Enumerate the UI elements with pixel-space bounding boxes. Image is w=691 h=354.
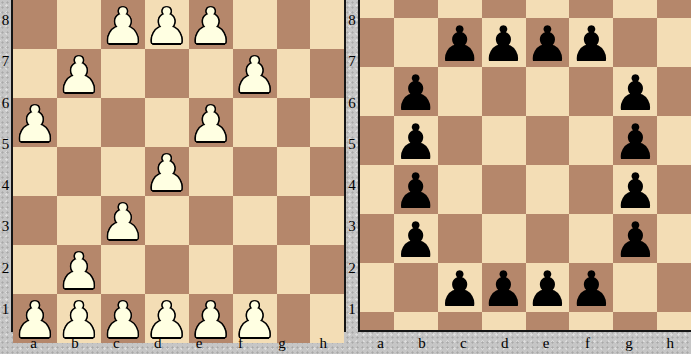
square-b3[interactable] <box>57 196 101 245</box>
square-b5[interactable] <box>57 98 101 147</box>
rank-label-3: 3 <box>346 206 358 247</box>
square-c6[interactable] <box>438 67 482 116</box>
square-h3[interactable] <box>310 196 344 245</box>
white-pawn: ♟ <box>101 198 145 247</box>
file-label-b: b <box>401 332 442 354</box>
square-f1[interactable] <box>569 312 613 330</box>
file-label-c: c <box>443 332 484 354</box>
square-h1[interactable] <box>657 312 691 330</box>
square-a6[interactable] <box>13 49 57 98</box>
rank-label-5: 5 <box>346 124 358 165</box>
square-b2[interactable] <box>394 263 438 312</box>
square-f4[interactable] <box>233 147 277 196</box>
black-pawn: ♟ <box>569 265 613 314</box>
square-g2[interactable] <box>613 263 657 312</box>
square-a4[interactable] <box>13 147 57 196</box>
square-g4[interactable] <box>277 147 311 196</box>
black-pawn: ♟ <box>482 265 526 314</box>
black-pawn: ♟ <box>438 20 482 69</box>
square-d4[interactable]: ♟ <box>145 147 189 196</box>
rank-label-2: 2 <box>346 248 358 289</box>
square-b1[interactable] <box>394 312 438 330</box>
square-e7[interactable]: ♟ <box>526 18 570 67</box>
square-d3[interactable] <box>145 196 189 245</box>
square-g6[interactable] <box>277 49 311 98</box>
square-e5[interactable]: ♟ <box>189 98 233 147</box>
square-g1[interactable] <box>613 312 657 330</box>
square-h3[interactable] <box>657 214 691 263</box>
square-f2[interactable] <box>233 245 277 294</box>
square-g3[interactable] <box>277 196 311 245</box>
white-pawn: ♟ <box>57 51 101 100</box>
square-b8[interactable] <box>394 0 438 18</box>
black-pawn: ♟ <box>438 265 482 314</box>
square-a4[interactable] <box>360 165 394 214</box>
white-pawn: ♟ <box>233 51 277 100</box>
square-a5[interactable] <box>360 116 394 165</box>
square-g7[interactable] <box>277 0 311 49</box>
square-c5[interactable] <box>101 98 145 147</box>
square-b6[interactable]: ♟ <box>394 67 438 116</box>
square-d7[interactable]: ♟ <box>145 0 189 49</box>
square-d6[interactable] <box>482 67 526 116</box>
square-f3[interactable] <box>569 214 613 263</box>
square-e1[interactable] <box>526 312 570 330</box>
rank-label-7: 7 <box>346 41 358 82</box>
square-a2[interactable] <box>360 263 394 312</box>
white-pawn: ♟ <box>101 2 145 51</box>
file-label-c: c <box>96 332 137 354</box>
black-pawn: ♟ <box>613 69 657 118</box>
square-b4[interactable] <box>57 147 101 196</box>
square-a3[interactable] <box>360 214 394 263</box>
square-a2[interactable] <box>13 245 57 294</box>
file-label-d: d <box>484 332 525 354</box>
square-c4[interactable] <box>101 147 145 196</box>
file-label-e: e <box>179 332 220 354</box>
black-pawn: ♟ <box>613 216 657 265</box>
square-f7[interactable] <box>233 0 277 49</box>
black-pawn: ♟ <box>482 20 526 69</box>
black-pawn: ♟ <box>613 118 657 167</box>
square-a7[interactable] <box>360 18 394 67</box>
black-pawn: ♟ <box>394 118 438 167</box>
rank-label-7: 7 <box>0 41 11 82</box>
square-g5[interactable] <box>277 98 311 147</box>
square-h6[interactable] <box>657 67 691 116</box>
square-c2[interactable] <box>101 245 145 294</box>
rank-label-4: 4 <box>0 165 11 206</box>
rank-label-1: 1 <box>0 289 11 330</box>
rank-label-6: 6 <box>0 83 11 124</box>
square-a5[interactable]: ♟ <box>13 98 57 147</box>
square-f6[interactable] <box>569 67 613 116</box>
left-chess-board[interactable]: ♟♟♟♟♟♟♟♟♟♟♟♟♟♟♟♟ <box>11 0 346 332</box>
file-label-e: e <box>526 332 567 354</box>
square-d5[interactable] <box>145 98 189 147</box>
square-h7[interactable] <box>657 18 691 67</box>
square-c4[interactable] <box>438 165 482 214</box>
black-pawn: ♟ <box>569 20 613 69</box>
square-e5[interactable] <box>526 116 570 165</box>
square-b7[interactable] <box>394 18 438 67</box>
square-h2[interactable] <box>657 263 691 312</box>
square-f5[interactable] <box>233 98 277 147</box>
square-g7[interactable] <box>613 18 657 67</box>
black-pawn: ♟ <box>394 167 438 216</box>
file-label-f: f <box>567 332 608 354</box>
square-c1[interactable] <box>438 312 482 330</box>
white-pawn: ♟ <box>145 149 189 198</box>
rank-labels-left-board: 87654321 <box>0 0 11 330</box>
square-f2[interactable]: ♟ <box>569 263 613 312</box>
square-e4[interactable] <box>189 147 233 196</box>
square-b4[interactable]: ♟ <box>394 165 438 214</box>
chess-diagram-screen: 87654321 ♟♟♟♟♟♟♟♟♟♟♟♟♟♟♟♟ 87654321 ♟♟♟♟♟… <box>0 0 691 354</box>
square-a7[interactable] <box>13 0 57 49</box>
square-d1[interactable] <box>482 312 526 330</box>
square-g6[interactable]: ♟ <box>613 67 657 116</box>
square-c5[interactable] <box>438 116 482 165</box>
rank-label-5: 5 <box>0 124 11 165</box>
right-chess-board[interactable]: ♟♟♟♟♟♟♟♟♟♟♟♟♟♟♟♟ <box>358 0 691 332</box>
square-b5[interactable]: ♟ <box>394 116 438 165</box>
square-f6[interactable]: ♟ <box>233 49 277 98</box>
square-g5[interactable]: ♟ <box>613 116 657 165</box>
square-d7[interactable]: ♟ <box>482 18 526 67</box>
square-h7[interactable] <box>310 0 344 49</box>
square-b6[interactable]: ♟ <box>57 49 101 98</box>
white-pawn: ♟ <box>57 247 101 296</box>
file-label-h: h <box>650 332 691 354</box>
square-g4[interactable]: ♟ <box>613 165 657 214</box>
square-c7[interactable]: ♟ <box>438 18 482 67</box>
file-label-g: g <box>608 332 649 354</box>
square-h5[interactable] <box>310 98 344 147</box>
square-d3[interactable] <box>482 214 526 263</box>
square-g8[interactable] <box>613 0 657 18</box>
white-pawn: ♟ <box>145 2 189 51</box>
square-g2[interactable] <box>277 245 311 294</box>
square-c6[interactable] <box>101 49 145 98</box>
square-g3[interactable]: ♟ <box>613 214 657 263</box>
black-pawn: ♟ <box>526 20 570 69</box>
rank-label-2: 2 <box>0 248 11 289</box>
square-b7[interactable] <box>57 0 101 49</box>
square-e4[interactable] <box>526 165 570 214</box>
square-h4[interactable] <box>657 165 691 214</box>
square-d4[interactable] <box>482 165 526 214</box>
file-label-a: a <box>360 332 401 354</box>
square-f7[interactable]: ♟ <box>569 18 613 67</box>
rank-label-6: 6 <box>346 83 358 124</box>
square-d2[interactable]: ♟ <box>482 263 526 312</box>
square-f5[interactable] <box>569 116 613 165</box>
white-pawn: ♟ <box>13 100 57 149</box>
square-h2[interactable] <box>310 245 344 294</box>
square-e7[interactable]: ♟ <box>189 0 233 49</box>
square-f4[interactable] <box>569 165 613 214</box>
square-c7[interactable]: ♟ <box>101 0 145 49</box>
square-b2[interactable]: ♟ <box>57 245 101 294</box>
square-d5[interactable] <box>482 116 526 165</box>
square-c3[interactable]: ♟ <box>101 196 145 245</box>
black-pawn: ♟ <box>526 265 570 314</box>
file-label-a: a <box>13 332 54 354</box>
file-label-f: f <box>220 332 261 354</box>
square-e6[interactable] <box>526 67 570 116</box>
black-pawn: ♟ <box>394 69 438 118</box>
square-e2[interactable] <box>189 245 233 294</box>
rank-label-1: 1 <box>346 289 358 330</box>
file-label-d: d <box>137 332 178 354</box>
rank-label-4: 4 <box>346 165 358 206</box>
square-a1[interactable] <box>360 312 394 330</box>
square-f3[interactable] <box>233 196 277 245</box>
square-h8[interactable] <box>657 0 691 18</box>
rank-labels-right-board: 87654321 <box>346 0 358 330</box>
file-labels-left-board: abcdefgh <box>13 332 344 354</box>
square-c3[interactable] <box>438 214 482 263</box>
black-pawn: ♟ <box>613 167 657 216</box>
black-pawn: ♟ <box>394 216 438 265</box>
square-h5[interactable] <box>657 116 691 165</box>
square-h4[interactable] <box>310 147 344 196</box>
rank-label-8: 8 <box>0 0 11 41</box>
square-d2[interactable] <box>145 245 189 294</box>
file-label-g: g <box>261 332 302 354</box>
square-c2[interactable]: ♟ <box>438 263 482 312</box>
square-a3[interactable] <box>13 196 57 245</box>
rank-label-8: 8 <box>346 0 358 41</box>
square-a6[interactable] <box>360 67 394 116</box>
square-e6[interactable] <box>189 49 233 98</box>
square-e3[interactable] <box>526 214 570 263</box>
file-labels-right-board: abcdefgh <box>360 332 691 354</box>
file-label-b: b <box>54 332 95 354</box>
square-e2[interactable]: ♟ <box>526 263 570 312</box>
square-h6[interactable] <box>310 49 344 98</box>
file-label-h: h <box>303 332 344 354</box>
rank-label-3: 3 <box>0 206 11 247</box>
square-b3[interactable]: ♟ <box>394 214 438 263</box>
white-pawn: ♟ <box>189 2 233 51</box>
square-d6[interactable] <box>145 49 189 98</box>
square-e3[interactable] <box>189 196 233 245</box>
square-a8[interactable] <box>360 0 394 18</box>
white-pawn: ♟ <box>189 100 233 149</box>
